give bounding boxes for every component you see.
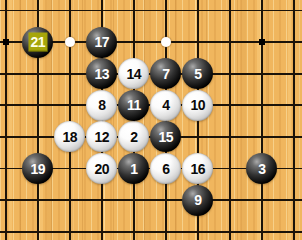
- move-number: 8: [98, 98, 105, 112]
- grid-line-horizontal: [0, 231, 302, 233]
- grid-line-horizontal: [0, 10, 302, 12]
- move-number: 15: [159, 130, 174, 144]
- move-number: 6: [162, 162, 169, 176]
- grid-line-vertical: [69, 0, 71, 240]
- stone-black-9: 9: [182, 185, 213, 216]
- stone-white-6: 6: [150, 153, 181, 184]
- stone-black-1: 1: [118, 153, 149, 184]
- move-number: 3: [258, 162, 265, 176]
- stone-black-5: 5: [182, 58, 213, 89]
- move-number: 18: [63, 130, 78, 144]
- stone-black-3: 3: [246, 153, 277, 184]
- move-number: 7: [162, 67, 169, 81]
- go-board[interactable]: 123456789101112131415161718192021: [0, 0, 302, 240]
- move-number: 1: [130, 162, 137, 176]
- move-number: 12: [95, 130, 110, 144]
- move-number: 16: [191, 162, 206, 176]
- move-number: 4: [162, 98, 169, 112]
- grid-line-vertical: [229, 0, 231, 240]
- stone-white-12: 12: [86, 121, 117, 152]
- grid-line-vertical: [261, 0, 263, 240]
- stone-white-16: 16: [182, 153, 213, 184]
- stone-black-13: 13: [86, 58, 117, 89]
- move-number: 21: [31, 35, 46, 49]
- move-number: 11: [127, 98, 141, 112]
- circle-marker-icon: [161, 37, 171, 47]
- grid-line-vertical: [293, 0, 295, 240]
- star-point-marker-icon: [3, 39, 9, 45]
- move-number: 19: [31, 162, 46, 176]
- grid-line-horizontal: [0, 199, 302, 201]
- stone-black-19: 19: [22, 153, 53, 184]
- move-number: 13: [95, 67, 110, 81]
- stone-white-14: 14: [118, 58, 149, 89]
- circle-marker-icon: [65, 37, 75, 47]
- stone-black-17: 17: [86, 27, 117, 58]
- stone-white-4: 4: [150, 90, 181, 121]
- stone-white-8: 8: [86, 90, 117, 121]
- grid-line-vertical: [5, 0, 7, 240]
- stone-white-18: 18: [54, 121, 85, 152]
- stone-white-20: 20: [86, 153, 117, 184]
- move-number: 2: [130, 130, 137, 144]
- move-number: 20: [95, 162, 110, 176]
- move-number: 9: [194, 193, 201, 207]
- stone-black-21: 21: [22, 27, 53, 58]
- move-number: 10: [191, 98, 206, 112]
- stone-white-2: 2: [118, 121, 149, 152]
- stone-black-7: 7: [150, 58, 181, 89]
- stone-black-15: 15: [150, 121, 181, 152]
- move-number: 14: [127, 67, 142, 81]
- move-number: 17: [95, 35, 110, 49]
- move-number: 5: [194, 67, 201, 81]
- star-point-marker-icon: [259, 39, 265, 45]
- stone-black-11: 11: [118, 90, 149, 121]
- stone-white-10: 10: [182, 90, 213, 121]
